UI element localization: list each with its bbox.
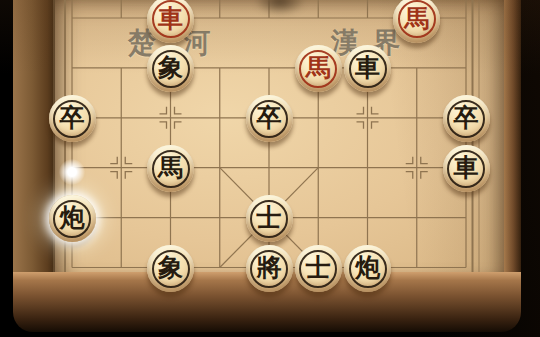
piece-character: 象	[158, 255, 183, 280]
piece-character: 馬	[158, 155, 183, 180]
piece-character: 炮	[60, 205, 85, 230]
piece-character: 卒	[454, 105, 479, 130]
piece-character: 車	[454, 155, 479, 180]
piece-character: 象	[158, 55, 183, 80]
piece-black-cannon[interactable]: 炮	[344, 245, 391, 292]
piece-character: 車	[355, 55, 380, 80]
piece-black-soldier[interactable]: 卒	[246, 95, 293, 142]
piece-black-advisor[interactable]: 士	[246, 195, 293, 242]
piece-black-chariot[interactable]: 車	[443, 145, 490, 192]
piece-red-horse[interactable]: 馬	[295, 45, 342, 92]
piece-character: 士	[306, 255, 331, 280]
piece-black-soldier[interactable]: 卒	[49, 95, 96, 142]
piece-black-horse[interactable]: 馬	[147, 145, 194, 192]
piece-character: 卒	[257, 105, 282, 130]
xiangqi-game-screen: 楚河 漢界 車馬象馬車卒卒卒馬車炮士象將士炮	[0, 0, 540, 337]
piece-black-advisor[interactable]: 士	[295, 245, 342, 292]
piece-character: 士	[257, 205, 282, 230]
move-indicator-dot[interactable]	[59, 159, 85, 185]
board-left-edge-face	[13, 0, 56, 276]
piece-black-elephant[interactable]: 象	[147, 245, 194, 292]
piece-black-general[interactable]: 將	[246, 245, 293, 292]
board-right-edge-face	[503, 0, 521, 276]
piece-character: 卒	[60, 105, 85, 130]
piece-character: 車	[158, 6, 183, 31]
piece-character: 將	[257, 255, 282, 280]
piece-red-chariot[interactable]: 車	[147, 0, 194, 43]
piece-black-cannon[interactable]: 炮	[49, 195, 96, 242]
piece-black-soldier[interactable]: 卒	[443, 95, 490, 142]
piece-character: 炮	[355, 255, 380, 280]
piece-character: 馬	[306, 55, 331, 80]
piece-character: 馬	[404, 6, 429, 31]
